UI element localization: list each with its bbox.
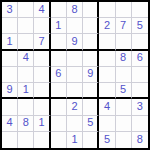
cell-r6c5[interactable] xyxy=(67,83,83,99)
cell-r7c1[interactable] xyxy=(2,99,18,115)
cell-r3c2[interactable] xyxy=(18,34,34,50)
cell-r3c7[interactable] xyxy=(99,34,115,50)
cell-r4c9[interactable]: 6 xyxy=(132,51,148,67)
cell-r4c6[interactable] xyxy=(83,51,99,67)
cell-r9c7[interactable]: 5 xyxy=(99,132,115,148)
cell-r4c1[interactable] xyxy=(2,51,18,67)
cell-r1c4[interactable] xyxy=(51,2,67,18)
cell-r1c8[interactable] xyxy=(116,2,132,18)
cell-r4c8[interactable]: 8 xyxy=(116,51,132,67)
cell-r5c8[interactable] xyxy=(116,67,132,83)
cell-r4c2[interactable]: 4 xyxy=(18,51,34,67)
cell-r7c7[interactable]: 4 xyxy=(99,99,115,115)
cell-r7c2[interactable] xyxy=(18,99,34,115)
cell-r4c7[interactable] xyxy=(99,51,115,67)
cell-r2c6[interactable] xyxy=(83,18,99,34)
cell-r6c8[interactable]: 5 xyxy=(116,83,132,99)
cell-r1c9[interactable] xyxy=(132,2,148,18)
cell-r2c1[interactable] xyxy=(2,18,18,34)
cell-r3c8[interactable] xyxy=(116,34,132,50)
cell-r2c9[interactable]: 5 xyxy=(132,18,148,34)
cell-r2c7[interactable]: 2 xyxy=(99,18,115,34)
cell-r9c5[interactable]: 1 xyxy=(67,132,83,148)
cell-r7c5[interactable]: 2 xyxy=(67,99,83,115)
cell-r8c8[interactable] xyxy=(116,116,132,132)
cell-r4c5[interactable] xyxy=(67,51,83,67)
cell-r8c4[interactable] xyxy=(51,116,67,132)
cell-r7c3[interactable] xyxy=(34,99,50,115)
cell-r9c4[interactable] xyxy=(51,132,67,148)
cell-r6c4[interactable] xyxy=(51,83,67,99)
cell-r7c4[interactable] xyxy=(51,99,67,115)
cell-r8c3[interactable]: 1 xyxy=(34,116,50,132)
cell-r8c5[interactable] xyxy=(67,116,83,132)
cell-r3c3[interactable]: 7 xyxy=(34,34,50,50)
cell-r1c2[interactable] xyxy=(18,2,34,18)
cell-r3c9[interactable] xyxy=(132,34,148,50)
cell-r3c1[interactable]: 1 xyxy=(2,34,18,50)
cell-r3c6[interactable] xyxy=(83,34,99,50)
cell-r6c7[interactable] xyxy=(99,83,115,99)
cell-r5c9[interactable] xyxy=(132,67,148,83)
cell-r1c6[interactable] xyxy=(83,2,99,18)
cell-r8c6[interactable]: 5 xyxy=(83,116,99,132)
cell-r1c1[interactable]: 3 xyxy=(2,2,18,18)
sudoku-board: 3481275179486699152434815158 xyxy=(0,0,150,150)
cell-r6c1[interactable]: 9 xyxy=(2,83,18,99)
cell-r9c2[interactable] xyxy=(18,132,34,148)
cell-r9c1[interactable] xyxy=(2,132,18,148)
cell-r7c8[interactable] xyxy=(116,99,132,115)
cell-r6c9[interactable] xyxy=(132,83,148,99)
cell-r7c6[interactable] xyxy=(83,99,99,115)
cell-r9c9[interactable]: 8 xyxy=(132,132,148,148)
cell-r1c7[interactable] xyxy=(99,2,115,18)
cell-r8c2[interactable]: 8 xyxy=(18,116,34,132)
cell-r2c4[interactable]: 1 xyxy=(51,18,67,34)
cell-r8c9[interactable] xyxy=(132,116,148,132)
cell-r5c1[interactable] xyxy=(2,67,18,83)
cell-r9c6[interactable] xyxy=(83,132,99,148)
cell-r3c5[interactable]: 9 xyxy=(67,34,83,50)
cell-r4c4[interactable] xyxy=(51,51,67,67)
cell-r5c6[interactable]: 9 xyxy=(83,67,99,83)
cell-r2c5[interactable] xyxy=(67,18,83,34)
cell-r1c3[interactable]: 4 xyxy=(34,2,50,18)
cell-r2c3[interactable] xyxy=(34,18,50,34)
cell-r9c3[interactable] xyxy=(34,132,50,148)
cell-r6c2[interactable]: 1 xyxy=(18,83,34,99)
cell-r3c4[interactable] xyxy=(51,34,67,50)
cell-r8c7[interactable] xyxy=(99,116,115,132)
cell-r5c4[interactable]: 6 xyxy=(51,67,67,83)
cell-r1c5[interactable]: 8 xyxy=(67,2,83,18)
cell-r5c3[interactable] xyxy=(34,67,50,83)
cell-r6c6[interactable] xyxy=(83,83,99,99)
cell-r9c8[interactable] xyxy=(116,132,132,148)
cell-r7c9[interactable]: 3 xyxy=(132,99,148,115)
cell-r6c3[interactable] xyxy=(34,83,50,99)
cell-r2c8[interactable]: 7 xyxy=(116,18,132,34)
cell-r4c3[interactable] xyxy=(34,51,50,67)
cell-r8c1[interactable]: 4 xyxy=(2,116,18,132)
cell-r5c5[interactable] xyxy=(67,67,83,83)
cell-r2c2[interactable] xyxy=(18,18,34,34)
cell-r5c2[interactable] xyxy=(18,67,34,83)
cell-r5c7[interactable] xyxy=(99,67,115,83)
